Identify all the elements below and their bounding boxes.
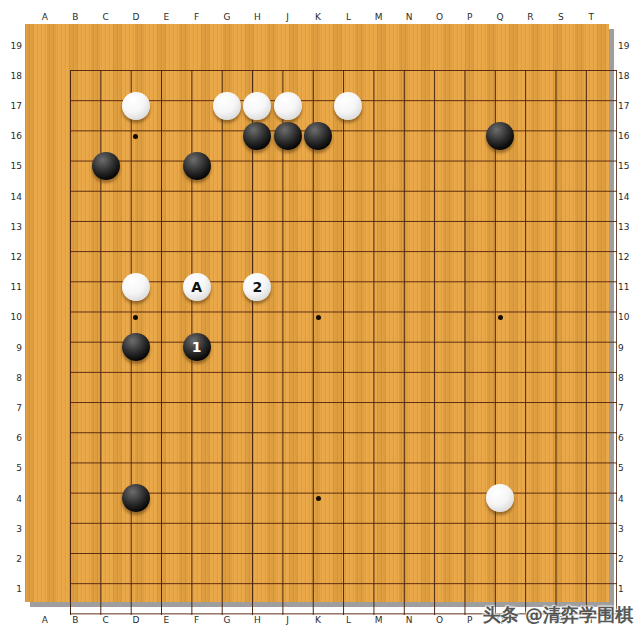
left-row-label: 18	[0, 70, 22, 82]
bottom-column-label: K	[309, 614, 327, 626]
top-column-label: A	[36, 11, 54, 23]
right-row-label: 13	[618, 221, 640, 233]
stone-white[interactable]: A	[183, 273, 211, 301]
stone-black[interactable]	[486, 122, 514, 150]
left-row-label: 17	[0, 100, 22, 112]
top-column-label: Q	[491, 11, 509, 23]
stone-black[interactable]	[304, 122, 332, 150]
right-row-label: 1	[618, 583, 640, 595]
top-column-label: B	[66, 11, 84, 23]
stone-white[interactable]: 2	[243, 273, 271, 301]
stone-label: 1	[192, 339, 202, 355]
right-row-label: 12	[618, 251, 640, 263]
bottom-column-label: D	[127, 614, 145, 626]
right-row-label: 15	[618, 160, 640, 172]
bottom-column-label: F	[188, 614, 206, 626]
stone-black[interactable]	[243, 122, 271, 150]
bottom-column-label: N	[400, 614, 418, 626]
left-row-label: 4	[0, 493, 22, 505]
left-row-label: 8	[0, 372, 22, 384]
left-row-label: 19	[0, 40, 22, 52]
bottom-column-label: L	[339, 614, 357, 626]
top-column-label: G	[218, 11, 236, 23]
bottom-column-label: A	[36, 614, 54, 626]
left-row-label: 5	[0, 462, 22, 474]
right-row-label: 7	[618, 402, 640, 414]
right-row-label: 16	[618, 130, 640, 142]
bottom-column-label: B	[66, 614, 84, 626]
right-row-label: 9	[618, 342, 640, 354]
left-row-label: 1	[0, 583, 22, 595]
top-column-label: L	[339, 11, 357, 23]
top-column-label: D	[127, 11, 145, 23]
bottom-column-label: P	[461, 614, 479, 626]
top-column-label: F	[188, 11, 206, 23]
right-row-label: 5	[618, 462, 640, 474]
stone-white[interactable]	[243, 92, 271, 120]
left-row-label: 10	[0, 311, 22, 323]
bottom-column-label: G	[218, 614, 236, 626]
left-row-label: 15	[0, 160, 22, 172]
right-row-label: 8	[618, 372, 640, 384]
bottom-column-label: H	[248, 614, 266, 626]
stone-black[interactable]	[92, 152, 120, 180]
top-column-label: C	[97, 11, 115, 23]
top-column-label: J	[279, 11, 297, 23]
stone-layer: 1A2	[30, 30, 607, 604]
bottom-column-label: M	[370, 614, 388, 626]
left-row-label: 3	[0, 523, 22, 535]
stone-white[interactable]	[486, 484, 514, 512]
watermark: 头条 @清弈学围棋	[483, 603, 633, 627]
right-row-label: 10	[618, 311, 640, 323]
left-row-label: 14	[0, 191, 22, 203]
right-row-label: 6	[618, 432, 640, 444]
right-row-label: 17	[618, 100, 640, 112]
bottom-column-label: E	[157, 614, 175, 626]
stone-white[interactable]	[274, 92, 302, 120]
stone-white[interactable]	[122, 273, 150, 301]
left-row-label: 7	[0, 402, 22, 414]
right-row-label: 14	[618, 191, 640, 203]
stone-black[interactable]	[122, 484, 150, 512]
stone-white[interactable]	[334, 92, 362, 120]
left-row-label: 9	[0, 342, 22, 354]
stone-black[interactable]	[122, 333, 150, 361]
right-row-label: 4	[618, 493, 640, 505]
left-row-label: 6	[0, 432, 22, 444]
go-diagram: AABBCCDDEEFFGGHHJJKKLLMMNNOOPPQQRRSSTT19…	[0, 0, 640, 640]
left-row-label: 2	[0, 553, 22, 565]
stone-black[interactable]: 1	[183, 333, 211, 361]
stone-black[interactable]	[183, 152, 211, 180]
top-column-label: E	[157, 11, 175, 23]
bottom-column-label: C	[97, 614, 115, 626]
top-column-label: P	[461, 11, 479, 23]
top-column-label: O	[430, 11, 448, 23]
top-column-label: M	[370, 11, 388, 23]
right-row-label: 3	[618, 523, 640, 535]
stone-label: A	[191, 279, 202, 295]
right-row-label: 2	[618, 553, 640, 565]
top-column-label: S	[552, 11, 570, 23]
stone-white[interactable]	[213, 92, 241, 120]
top-column-label: T	[582, 11, 600, 23]
top-column-label: H	[248, 11, 266, 23]
left-row-label: 16	[0, 130, 22, 142]
top-column-label: N	[400, 11, 418, 23]
stone-white[interactable]	[122, 92, 150, 120]
stone-label: 2	[252, 279, 262, 295]
bottom-column-label: O	[430, 614, 448, 626]
left-row-label: 12	[0, 251, 22, 263]
left-row-label: 11	[0, 281, 22, 293]
top-column-label: R	[522, 11, 540, 23]
bottom-column-label: J	[279, 614, 297, 626]
right-row-label: 19	[618, 40, 640, 52]
right-row-label: 18	[618, 70, 640, 82]
right-row-label: 11	[618, 281, 640, 293]
stone-black[interactable]	[274, 122, 302, 150]
left-row-label: 13	[0, 221, 22, 233]
top-column-label: K	[309, 11, 327, 23]
